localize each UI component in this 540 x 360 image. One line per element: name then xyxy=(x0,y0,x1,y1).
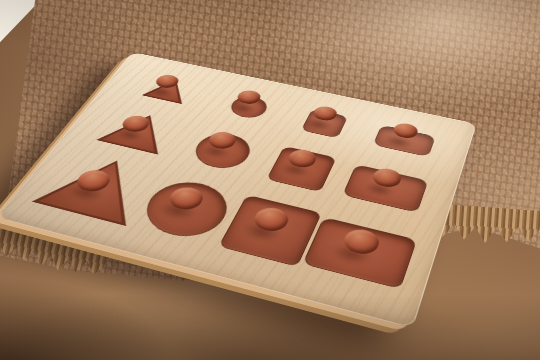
puzzle-piece-rectangle-small[interactable] xyxy=(373,125,436,157)
puzzle-piece-circle-small[interactable] xyxy=(226,94,271,121)
puzzle-piece-rectangle-large[interactable] xyxy=(302,217,417,289)
puzzle-piece-square-small[interactable] xyxy=(301,109,348,139)
puzzle-piece-rectangle-medium[interactable] xyxy=(342,164,428,213)
puzzle-piece-circle-medium[interactable] xyxy=(187,129,257,172)
puzzle-piece-triangle-medium[interactable] xyxy=(96,108,180,154)
puzzle-piece-triangle-small[interactable] xyxy=(142,76,196,105)
puzzle-piece-square-medium[interactable] xyxy=(266,146,336,192)
scene xyxy=(0,0,540,360)
